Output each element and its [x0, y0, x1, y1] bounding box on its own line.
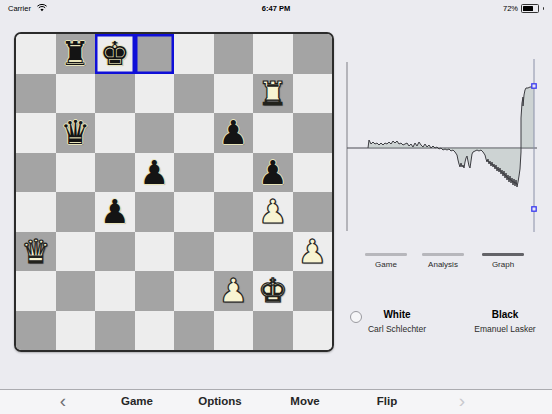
square-e1[interactable] — [174, 311, 214, 351]
square-a6[interactable] — [16, 113, 56, 153]
toolbar-options-button[interactable]: Options — [198, 395, 241, 407]
square-h4[interactable] — [293, 192, 333, 232]
black-pawn-piece[interactable]: ♟ — [139, 153, 169, 193]
square-c1[interactable] — [95, 311, 135, 351]
black-rook-piece[interactable]: ♜ — [60, 34, 90, 74]
bottom-toolbar: ‹ Game Options Move Flip › — [0, 389, 552, 414]
battery-percent-label: 72% — [503, 4, 518, 13]
square-g6[interactable] — [253, 113, 293, 153]
square-e4[interactable] — [174, 192, 214, 232]
toolbar-game-button[interactable]: Game — [121, 395, 153, 407]
evaluation-area-fill — [368, 87, 534, 187]
square-f5[interactable] — [214, 153, 254, 193]
square-c2[interactable] — [95, 271, 135, 311]
square-d2[interactable] — [135, 271, 175, 311]
tab-game-indicator — [365, 253, 407, 256]
white-queen-piece[interactable]: ♛ — [21, 232, 51, 272]
square-f1[interactable] — [214, 311, 254, 351]
square-e3[interactable] — [174, 232, 214, 272]
square-d7[interactable] — [135, 74, 175, 114]
square-c4[interactable]: ♟ — [95, 192, 135, 232]
tab-graph-indicator — [482, 253, 524, 256]
square-b3[interactable] — [56, 232, 96, 272]
square-d1[interactable] — [135, 311, 175, 351]
tab-analysis[interactable]: Analysis — [415, 253, 471, 269]
square-d8[interactable] — [135, 34, 175, 74]
tab-analysis-indicator — [422, 253, 464, 256]
tab-game[interactable]: Game — [358, 253, 414, 269]
white-pawn-piece[interactable]: ♟ — [218, 271, 248, 311]
square-h8[interactable] — [293, 34, 333, 74]
tab-graph[interactable]: Graph — [475, 253, 531, 269]
square-g2[interactable]: ♚ — [253, 271, 293, 311]
tab-graph-label: Graph — [475, 260, 531, 269]
black-pawn-piece[interactable]: ♟ — [258, 153, 288, 193]
chess-board[interactable]: ♜♚♜♛♟♟♟♟♟♛♟♟♚ — [14, 32, 334, 352]
square-a1[interactable] — [16, 311, 56, 351]
white-king-piece[interactable]: ♚ — [258, 271, 288, 311]
black-side-label: Black — [445, 309, 552, 320]
square-c6[interactable] — [95, 113, 135, 153]
square-f8[interactable] — [214, 34, 254, 74]
square-c8[interactable]: ♚ — [95, 34, 135, 74]
square-e2[interactable] — [174, 271, 214, 311]
back-move-button[interactable]: ‹ — [60, 389, 66, 413]
battery-icon — [521, 4, 539, 14]
evaluation-graph[interactable] — [340, 55, 545, 235]
square-c3[interactable] — [95, 232, 135, 272]
square-a4[interactable] — [16, 192, 56, 232]
square-a7[interactable] — [16, 74, 56, 114]
square-h6[interactable] — [293, 113, 333, 153]
square-c7[interactable] — [95, 74, 135, 114]
square-g5[interactable]: ♟ — [253, 153, 293, 193]
square-d4[interactable] — [135, 192, 175, 232]
white-side-label: White — [337, 309, 457, 320]
chess-app-window: Carrier 6:47 PM 72% ♜♚♜♛♟♟♟♟♟♛♟♟♚ Game A… — [0, 0, 552, 414]
tab-game-label: Game — [358, 260, 414, 269]
black-pawn-piece[interactable]: ♟ — [100, 192, 130, 232]
square-a3[interactable]: ♛ — [16, 232, 56, 272]
square-c5[interactable] — [95, 153, 135, 193]
square-b5[interactable] — [56, 153, 96, 193]
black-player-name: Emanuel Lasker — [435, 324, 552, 334]
square-b6[interactable]: ♛ — [56, 113, 96, 153]
cursor-handle-top[interactable] — [532, 84, 536, 88]
square-b8[interactable]: ♜ — [56, 34, 96, 74]
square-f7[interactable] — [214, 74, 254, 114]
square-e6[interactable] — [174, 113, 214, 153]
square-h3[interactable]: ♟ — [293, 232, 333, 272]
square-g8[interactable] — [253, 34, 293, 74]
square-g1[interactable] — [253, 311, 293, 351]
square-b7[interactable] — [56, 74, 96, 114]
white-pawn-piece[interactable]: ♟ — [297, 232, 327, 272]
black-pawn-piece[interactable]: ♟ — [218, 113, 248, 153]
square-a8[interactable] — [16, 34, 56, 74]
square-d3[interactable] — [135, 232, 175, 272]
black-king-piece[interactable]: ♚ — [100, 34, 130, 74]
square-f4[interactable] — [214, 192, 254, 232]
status-time: 6:47 PM — [0, 4, 552, 13]
square-a5[interactable] — [16, 153, 56, 193]
black-queen-piece[interactable]: ♛ — [60, 113, 90, 153]
square-g7[interactable]: ♜ — [253, 74, 293, 114]
white-pawn-piece[interactable]: ♟ — [258, 192, 288, 232]
square-e5[interactable] — [174, 153, 214, 193]
square-f6[interactable]: ♟ — [214, 113, 254, 153]
square-f3[interactable] — [214, 232, 254, 272]
toolbar-move-button[interactable]: Move — [290, 395, 319, 407]
square-e7[interactable] — [174, 74, 214, 114]
forward-move-button[interactable]: › — [459, 389, 465, 413]
square-b4[interactable] — [56, 192, 96, 232]
square-h2[interactable] — [293, 271, 333, 311]
battery-indicator: 72% — [503, 4, 544, 14]
white-rook-piece[interactable]: ♜ — [258, 74, 288, 114]
cursor-handle-bottom[interactable] — [532, 207, 536, 211]
square-e8[interactable] — [174, 34, 214, 74]
square-d5[interactable]: ♟ — [135, 153, 175, 193]
square-g3[interactable] — [253, 232, 293, 272]
toolbar-flip-button[interactable]: Flip — [377, 395, 397, 407]
square-h5[interactable] — [293, 153, 333, 193]
status-bar: Carrier 6:47 PM 72% — [0, 0, 552, 15]
square-d6[interactable] — [135, 113, 175, 153]
tab-analysis-label: Analysis — [415, 260, 471, 269]
square-b1[interactable] — [56, 311, 96, 351]
square-h7[interactable] — [293, 74, 333, 114]
square-b2[interactable] — [56, 271, 96, 311]
square-f2[interactable]: ♟ — [214, 271, 254, 311]
square-g4[interactable]: ♟ — [253, 192, 293, 232]
square-a2[interactable] — [16, 271, 56, 311]
